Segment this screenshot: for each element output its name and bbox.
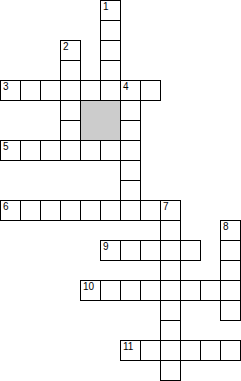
cell-r4c0[interactable]: 3 [0,80,21,101]
clue-number-3: 3 [3,81,9,92]
cell-r8c6[interactable] [120,160,141,181]
cell-r10c1[interactable] [20,200,41,221]
cell-r17c9[interactable] [180,340,201,361]
cell-r7c6[interactable] [120,140,141,161]
cell-r10c5[interactable] [100,200,121,221]
cell-r4c2[interactable] [40,80,61,101]
cell-r3c5[interactable] [100,60,121,81]
crossword-grid: 1234567891011 [0,0,241,381]
cell-r9c6[interactable] [120,180,141,201]
cell-r6c6[interactable] [120,120,141,141]
clue-number-7: 7 [163,201,169,212]
cell-r14c5[interactable] [100,280,121,301]
cell-r14c10[interactable] [200,280,221,301]
cell-r4c5[interactable] [100,80,121,101]
cell-r12c8[interactable] [160,240,181,261]
cell-r2c5[interactable] [100,40,121,61]
cell-r12c6[interactable] [120,240,141,261]
shaded-block [80,100,121,141]
cell-r15c8[interactable] [160,300,181,321]
clue-number-10: 10 [83,281,94,292]
cell-r12c9[interactable] [180,240,201,261]
cell-r14c11[interactable] [220,280,241,301]
cell-r11c11[interactable]: 8 [220,220,241,241]
cell-r12c5[interactable]: 9 [100,240,121,261]
cell-r4c1[interactable] [20,80,41,101]
cell-r7c0[interactable]: 5 [0,140,21,161]
cell-r7c5[interactable] [100,140,121,161]
cell-r6c3[interactable] [60,120,81,141]
cell-r14c9[interactable] [180,280,201,301]
cell-r15c11[interactable] [220,300,241,321]
cell-r17c7[interactable] [140,340,161,361]
cell-r12c7[interactable] [140,240,161,261]
cell-r14c7[interactable] [140,280,161,301]
cell-r4c4[interactable] [80,80,101,101]
cell-r2c3[interactable]: 2 [60,40,81,61]
clue-number-6: 6 [3,201,9,212]
cell-r4c3[interactable] [60,80,81,101]
cell-r4c7[interactable] [140,80,161,101]
cell-r5c6[interactable] [120,100,141,121]
cell-r10c4[interactable] [80,200,101,221]
cell-r3c3[interactable] [60,60,81,81]
cell-r14c6[interactable] [120,280,141,301]
cell-r18c8[interactable] [160,360,181,381]
cell-r11c8[interactable] [160,220,181,241]
cell-r17c11[interactable] [220,340,241,361]
cell-r5c3[interactable] [60,100,81,121]
cell-r17c6[interactable]: 11 [120,340,141,361]
clue-number-2: 2 [63,41,69,52]
clue-number-1: 1 [103,1,109,12]
cell-r0c5[interactable]: 1 [100,0,121,21]
cell-r10c6[interactable] [120,200,141,221]
cell-r10c2[interactable] [40,200,61,221]
cell-r14c8[interactable] [160,280,181,301]
cell-r7c1[interactable] [20,140,41,161]
clue-number-8: 8 [223,221,229,232]
clue-number-11: 11 [123,341,133,352]
clue-number-4: 4 [123,81,129,92]
cell-r13c8[interactable] [160,260,181,281]
cell-r10c3[interactable] [60,200,81,221]
clue-number-5: 5 [3,141,9,152]
cell-r14c4[interactable]: 10 [80,280,101,301]
cell-r4c6[interactable]: 4 [120,80,141,101]
cell-r17c8[interactable] [160,340,181,361]
cell-r10c7[interactable] [140,200,161,221]
cell-r17c10[interactable] [200,340,221,361]
cell-r13c11[interactable] [220,260,241,281]
cell-r7c3[interactable] [60,140,81,161]
cell-r16c8[interactable] [160,320,181,341]
cell-r10c8[interactable]: 7 [160,200,181,221]
cell-r1c5[interactable] [100,20,121,41]
clue-number-9: 9 [103,241,109,252]
cell-r7c4[interactable] [80,140,101,161]
cell-r12c11[interactable] [220,240,241,261]
cell-r7c2[interactable] [40,140,61,161]
cell-r10c0[interactable]: 6 [0,200,21,221]
